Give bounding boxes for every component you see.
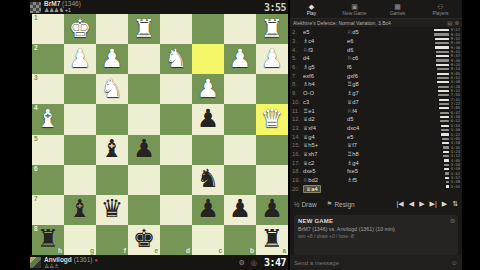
move-row-11: 11.♖e1♘f47:056:47 [292, 106, 460, 115]
move-number: 8. [292, 81, 303, 87]
top-player-captured-pieces: ♟♟♟♞ +1 [44, 7, 261, 13]
white-move[interactable]: exf6 [303, 73, 347, 79]
white-king[interactable]: ♚ [69, 16, 91, 41]
players-icon: ⚇ [437, 3, 443, 10]
last-move-icon[interactable]: ▶| [430, 200, 437, 208]
square-e8[interactable]: e♚ [128, 225, 160, 255]
white-move[interactable]: dxe5 [303, 168, 347, 174]
square-h4[interactable]: 4♝ [32, 104, 64, 134]
top-player-avatar[interactable] [30, 2, 41, 13]
first-move-icon[interactable]: |◀ [397, 200, 404, 208]
black-move[interactable]: gxf6 [347, 73, 391, 79]
square-c8[interactable]: c [192, 225, 224, 255]
move-row-19: 19.♘bd2♗f53:573:49 [292, 176, 460, 185]
rank-label-1: 1 [34, 15, 38, 21]
move-number: 12. [292, 116, 303, 122]
gear-icon[interactable]: ⚙ [239, 259, 245, 267]
resign-button[interactable]: ⚑ Resign [327, 200, 355, 208]
move-number: 7. [292, 73, 303, 79]
square-e4[interactable] [128, 104, 160, 134]
rank-label-3: 3 [34, 75, 38, 81]
square-d7[interactable] [160, 195, 192, 225]
square-f7[interactable]: ♛ [96, 195, 128, 225]
square-c7[interactable]: ♟ [192, 195, 224, 225]
move-number: 5. [292, 55, 303, 61]
move-row-15: 15.♕h5+♕f74:504:35 [292, 141, 460, 150]
square-g7[interactable]: ♝ [64, 195, 96, 225]
move-number: 16. [292, 151, 303, 157]
close-icon[interactable]: ⊗ [454, 20, 459, 26]
move-number: 11. [292, 108, 303, 114]
black-move[interactable]: f6 [347, 64, 391, 70]
square-c5[interactable] [192, 135, 224, 165]
square-e1[interactable]: ♜ [128, 14, 160, 44]
emoji-icon[interactable]: ☺ [451, 259, 458, 266]
rank-label-2: 2 [34, 45, 38, 51]
square-g4[interactable] [64, 104, 96, 134]
white-queen[interactable]: ♛ [261, 106, 283, 131]
square-d4[interactable] [160, 104, 192, 134]
square-f2[interactable]: ♟ [96, 44, 128, 74]
move-row-14: 14.♕g4e55:225:05 [292, 132, 460, 141]
chess-board[interactable]: 1♚♜♜2♟♟♞♟♟3♞♟4♝♟♛5♝♟6♞7♝♛♟♟♟8h♜gfe♚dcba♜ [32, 14, 288, 255]
square-e2[interactable] [128, 44, 160, 74]
play-icon: ◆ [309, 3, 314, 10]
square-g6[interactable] [64, 165, 96, 195]
square-c6[interactable]: ♞ [192, 165, 224, 195]
square-e5[interactable]: ♟ [128, 135, 160, 165]
move-times: 3:573:49 [424, 176, 460, 184]
white-move[interactable]: O-O [303, 90, 347, 96]
black-move[interactable]: d6 [347, 47, 391, 53]
square-c4[interactable]: ♟ [192, 104, 224, 134]
bottom-player-bar: Anvilogd (1361) ● ♙♙♗ ⚙ ◎ 3:47 [30, 255, 288, 270]
material-advantage: +1 [65, 7, 71, 13]
white-bishop[interactable]: ♝ [37, 106, 59, 131]
bottom-player-avatar[interactable] [30, 257, 41, 268]
white-pawn[interactable]: ♟ [197, 76, 219, 101]
move-row-9: 9.O-O♗g78:127:55 [292, 89, 460, 98]
square-f3[interactable]: ♞ [96, 74, 128, 104]
move-number: 17. [292, 160, 303, 166]
move-row-3: 3.♗c4e69:529:48 [292, 37, 460, 46]
white-move[interactable]: ♗g5 [303, 64, 347, 70]
move-number: 9. [292, 90, 303, 96]
white-pawn[interactable]: ♟ [69, 46, 91, 71]
square-d8[interactable]: d [160, 225, 192, 255]
move-number: 18. [292, 168, 303, 174]
move-row-7: 7.exf6gxf69:058:52 [292, 71, 460, 80]
flag-icon: ⚑ [327, 200, 333, 208]
half-point-icon: ½ [294, 201, 299, 208]
square-h8[interactable]: 8h♜ [32, 225, 64, 255]
square-d6[interactable] [160, 165, 192, 195]
move-list[interactable]: 2.e5♘d59:579:553.♗c4e69:529:484.♘f3d69:4… [290, 27, 462, 193]
move-number: 14. [292, 134, 303, 140]
top-player-rating: (1346) [62, 0, 81, 7]
tab-bar: ◆Play▣New Game▦Games⚇Players [290, 0, 462, 19]
chat-bar: ☺ [290, 255, 462, 270]
move-number: 20. [292, 186, 303, 192]
white-move[interactable]: d4 [303, 55, 347, 61]
square-b3[interactable] [224, 74, 256, 104]
square-a3[interactable] [256, 74, 288, 104]
black-move[interactable]: ♘f4 [347, 108, 391, 114]
square-d2[interactable]: ♞ [160, 44, 192, 74]
square-a2[interactable]: ♟ [256, 44, 288, 74]
square-f6[interactable] [96, 165, 128, 195]
move-number: 10. [292, 99, 303, 105]
black-move[interactable]: ♘c6 [347, 55, 391, 61]
move-row-16: 16.♕xh7♖h84:244:12 [292, 150, 460, 159]
rank-label-5: 5 [34, 136, 38, 142]
black-move[interactable]: ♗f5 [347, 177, 391, 183]
square-d3[interactable] [160, 74, 192, 104]
matchup-text: BrM7 (1346) vs. Anvilogd (1361) (10 min) [298, 226, 454, 232]
file-label-c: c [218, 248, 222, 254]
white-move[interactable]: ♕xf4 [303, 125, 347, 131]
black-pawn[interactable]: ♟ [133, 136, 155, 161]
square-e6[interactable] [128, 165, 160, 195]
black-move[interactable]: ♕f7 [347, 142, 391, 148]
game-actions: ½ Draw ⚑ Resign |◀◀▶▶|▶⇅ [290, 197, 462, 211]
square-h6[interactable]: 6 [32, 165, 64, 195]
black-move[interactable]: dxc4 [347, 125, 391, 131]
white-move[interactable]: ♕c2 [303, 160, 347, 166]
white-move[interactable]: ♗c4 [303, 38, 347, 44]
move-number: 6. [292, 64, 303, 70]
opening-bar: Alekhine's Defence: Normal Variation, 3.… [290, 19, 462, 27]
black-move[interactable]: d5 [347, 116, 391, 122]
book-icon[interactable]: ▤ [447, 20, 452, 26]
black-pawn[interactable]: ♟ [261, 196, 283, 221]
move-times: 8:127:55 [424, 89, 460, 97]
white-rook[interactable]: ♜ [133, 16, 155, 41]
move-row-20: 20.♕a43:55 [292, 184, 460, 193]
white-move[interactable]: ♕d2 [303, 116, 347, 122]
square-d1[interactable] [160, 14, 192, 44]
square-g8[interactable]: g [64, 225, 96, 255]
square-b8[interactable]: b [224, 225, 256, 255]
square-c2[interactable] [192, 44, 224, 74]
game-info-box: NEW GAME BrM7 (1346) vs. Anvilogd (1361)… [294, 215, 458, 255]
black-rook[interactable]: ♜ [37, 226, 59, 251]
move-number: 13. [292, 125, 303, 131]
black-pawn[interactable]: ♟ [197, 106, 219, 131]
move-times: 9:529:48 [424, 37, 460, 45]
flip-board-icon[interactable]: ⇅ [452, 200, 458, 208]
white-knight[interactable]: ♞ [101, 76, 123, 101]
move-times: 3:55 [424, 185, 460, 193]
black-move[interactable]: fxe5 [347, 168, 391, 174]
move-row-10: 10.c3♕d77:417:22 [292, 98, 460, 107]
rank-label-6: 6 [34, 166, 38, 172]
white-move[interactable]: ♕xh7 [303, 151, 347, 157]
white-move[interactable]: ♖e1 [303, 108, 347, 114]
file-label-f: f [124, 248, 126, 254]
square-g3[interactable] [64, 74, 96, 104]
white-move[interactable]: ♗h4 [303, 81, 347, 87]
square-h2[interactable]: 2 [32, 44, 64, 74]
square-e7[interactable] [128, 195, 160, 225]
new-game-icon: ▣ [351, 3, 358, 10]
tab-new-game[interactable]: ▣New Game [333, 0, 376, 18]
black-bishop[interactable]: ♝ [101, 136, 123, 161]
white-pawn[interactable]: ♟ [261, 46, 283, 71]
white-pawn[interactable]: ♟ [229, 46, 251, 71]
white-move[interactable]: c3 [303, 99, 347, 105]
black-move[interactable]: e6 [347, 38, 391, 44]
square-a8[interactable]: a♜ [256, 225, 288, 255]
top-player-bar: BrM7 (1346) ♟♟♟♞ +1 3:55 [30, 0, 288, 14]
file-label-g: g [90, 248, 94, 254]
white-pawn[interactable]: ♟ [101, 46, 123, 71]
bottom-player-clock: 3:47 [264, 257, 288, 268]
black-knight[interactable]: ♞ [197, 166, 219, 191]
move-number: 19. [292, 177, 303, 183]
white-move[interactable]: e5 [303, 29, 347, 35]
white-move[interactable]: ♕a4 [303, 186, 347, 192]
square-a6[interactable] [256, 165, 288, 195]
bottom-player-rating: (1361) [74, 256, 93, 263]
move-row-18: 18.dxe5fxe53:593:52 [292, 167, 460, 176]
square-d5[interactable] [160, 135, 192, 165]
move-number: 4. [292, 47, 303, 53]
move-row-2: 2.e5♘d59:579:55 [292, 28, 460, 37]
square-b6[interactable] [224, 165, 256, 195]
square-f5[interactable]: ♝ [96, 135, 128, 165]
square-g1[interactable]: ♚ [64, 14, 96, 44]
file-label-d: d [186, 248, 190, 254]
square-a5[interactable] [256, 135, 288, 165]
move-number: 2. [292, 29, 303, 35]
move-times: 5:555:38 [424, 124, 460, 132]
black-move[interactable]: ♘d5 [347, 29, 391, 35]
games-icon: ▦ [394, 3, 401, 10]
square-h3[interactable]: 3 [32, 74, 64, 104]
square-c3[interactable]: ♟ [192, 74, 224, 104]
white-move[interactable]: ♘f3 [303, 47, 347, 53]
move-row-17: 17.♕c2♗g44:053:58 [292, 158, 460, 167]
white-knight[interactable]: ♞ [165, 46, 187, 71]
file-label-b: b [250, 248, 254, 254]
square-f1[interactable] [96, 14, 128, 44]
square-g2[interactable]: ♟ [64, 44, 96, 74]
black-pawn[interactable]: ♟ [229, 196, 251, 221]
white-rook[interactable]: ♜ [261, 16, 283, 41]
move-row-5: 5.d4♘c69:379:30 [292, 54, 460, 63]
square-c1[interactable] [192, 14, 224, 44]
draw-button[interactable]: ½ Draw [294, 201, 317, 208]
tab-players[interactable]: ⚇Players [419, 0, 462, 18]
tab-play[interactable]: ◆Play [290, 0, 333, 18]
info-title: NEW GAME [298, 218, 454, 224]
square-b2[interactable]: ♟ [224, 44, 256, 74]
chat-toggle-icon[interactable]: ⊜ [450, 217, 455, 224]
square-b7[interactable]: ♟ [224, 195, 256, 225]
black-move[interactable]: ♕d7 [347, 99, 391, 105]
square-f8[interactable]: f [96, 225, 128, 255]
black-move[interactable]: ♖g8 [347, 81, 391, 87]
rating-change-text: win +8 / draw +0 / lose -8 [298, 233, 454, 239]
chat-input[interactable] [294, 260, 448, 266]
black-queen[interactable]: ♛ [101, 196, 123, 221]
white-move[interactable]: ♕h5+ [303, 142, 347, 148]
move-row-4: 4.♘f3d69:469:41 [292, 45, 460, 54]
square-f4[interactable] [96, 104, 128, 134]
square-h1[interactable]: 1 [32, 14, 64, 44]
square-a1[interactable]: ♜ [256, 14, 288, 44]
square-a4[interactable]: ♛ [256, 104, 288, 134]
square-b5[interactable] [224, 135, 256, 165]
white-move[interactable]: ♘bd2 [303, 177, 347, 183]
move-times: 4:244:12 [424, 150, 460, 158]
square-h5[interactable]: 5 [32, 135, 64, 165]
top-player-clock: 3:55 [264, 2, 288, 13]
tab-games[interactable]: ▦Games [376, 0, 419, 18]
square-b1[interactable] [224, 14, 256, 44]
previous-move-icon[interactable]: ◀ [409, 200, 414, 208]
square-h7[interactable]: 7 [32, 195, 64, 225]
move-number: 3. [292, 38, 303, 44]
square-a7[interactable]: ♟ [256, 195, 288, 225]
move-row-8: 8.♗h4♖g88:408:26 [292, 80, 460, 89]
white-move[interactable]: ♕g4 [303, 134, 347, 140]
black-pawn[interactable]: ♟ [197, 196, 219, 221]
black-move[interactable]: ♖h8 [347, 151, 391, 157]
move-row-13: 13.♕xf4dxc45:555:38 [292, 124, 460, 133]
move-navigation: |◀◀▶▶|▶⇅ [397, 200, 458, 208]
side-panel: ◆Play▣New Game▦Games⚇Players Alekhine's … [290, 0, 462, 270]
black-rook[interactable]: ♜ [261, 226, 283, 251]
bottom-player-captured-pieces: ♙♙♗ [44, 263, 236, 269]
square-g5[interactable] [64, 135, 96, 165]
move-row-12: 12.♕d2d56:306:12 [292, 115, 460, 124]
black-move[interactable]: ♗g4 [347, 160, 391, 166]
rank-label-7: 7 [34, 196, 38, 202]
next-move-icon[interactable]: ▶ [419, 200, 424, 208]
square-b4[interactable] [224, 104, 256, 134]
black-move[interactable]: ♗g7 [347, 90, 391, 96]
black-bishop[interactable]: ♝ [69, 196, 91, 221]
move-times: 9:249:14 [424, 63, 460, 71]
black-move[interactable]: e5 [347, 134, 391, 140]
zen-mode-icon[interactable]: ◎ [251, 259, 257, 267]
move-row-6: 6.♗g5f69:249:14 [292, 63, 460, 72]
opening-name: Alekhine's Defence: Normal Variation, 3.… [293, 20, 445, 26]
move-number: 15. [292, 142, 303, 148]
black-king[interactable]: ♚ [133, 226, 155, 251]
square-e3[interactable] [128, 74, 160, 104]
play-icon[interactable]: ▶ [442, 200, 447, 208]
